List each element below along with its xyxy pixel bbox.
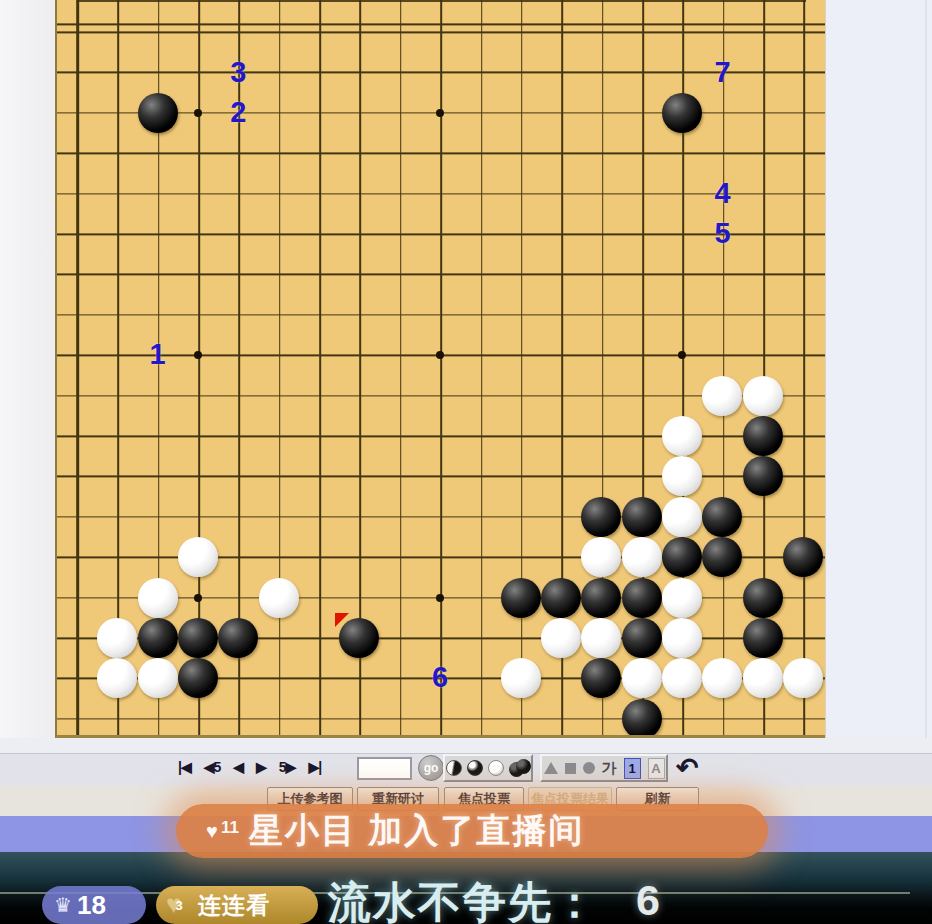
intersection-3-12[interactable] xyxy=(138,416,178,456)
intersection-16-8[interactable] xyxy=(662,254,702,294)
intersection-8-19[interactable] xyxy=(339,699,379,738)
intersection-6-8[interactable] xyxy=(259,254,299,294)
intersection-14-14[interactable] xyxy=(581,497,621,537)
intersection-18-4[interactable] xyxy=(743,93,783,133)
intersection-19-3[interactable] xyxy=(783,52,823,92)
intersection-16-2[interactable] xyxy=(662,12,702,52)
intersection-5-11[interactable] xyxy=(218,376,258,416)
intersection-19-18[interactable] xyxy=(783,658,823,698)
intersection-18-12[interactable] xyxy=(743,416,783,456)
intersection-1-18[interactable] xyxy=(57,658,97,698)
intersection-18-2[interactable] xyxy=(743,12,783,52)
intersection-3-1[interactable] xyxy=(138,0,178,12)
intersection-15-7[interactable] xyxy=(622,214,662,254)
intersection-8-17[interactable] xyxy=(339,618,379,658)
intersection-14-6[interactable] xyxy=(581,174,621,214)
intersection-3-5[interactable] xyxy=(138,133,178,173)
intersection-7-11[interactable] xyxy=(299,376,339,416)
intersection-13-13[interactable] xyxy=(541,456,581,496)
intersection-5-7[interactable] xyxy=(218,214,258,254)
intersection-17-3[interactable]: 7 xyxy=(702,52,742,92)
undo-arrow-button[interactable]: ↶ xyxy=(676,752,699,784)
intersection-12-1[interactable] xyxy=(501,0,541,12)
intersection-9-8[interactable] xyxy=(380,254,420,294)
intersection-15-3[interactable] xyxy=(622,52,662,92)
triangle-marker-button[interactable] xyxy=(544,762,558,774)
intersection-1-3[interactable] xyxy=(57,52,97,92)
intersection-19-6[interactable] xyxy=(783,174,823,214)
intersection-16-14[interactable] xyxy=(662,497,702,537)
intersection-19-11[interactable] xyxy=(783,376,823,416)
intersection-7-9[interactable] xyxy=(299,295,339,335)
intersection-4-9[interactable] xyxy=(178,295,218,335)
intersection-12-18[interactable] xyxy=(501,658,541,698)
intersection-5-14[interactable] xyxy=(218,497,258,537)
intersection-19-9[interactable] xyxy=(783,295,823,335)
intersection-2-11[interactable] xyxy=(97,376,137,416)
intersection-1-17[interactable] xyxy=(57,618,97,658)
intersection-9-14[interactable] xyxy=(380,497,420,537)
intersection-11-19[interactable] xyxy=(460,699,500,738)
intersection-2-5[interactable] xyxy=(97,133,137,173)
intersection-11-14[interactable] xyxy=(460,497,500,537)
intersection-17-10[interactable] xyxy=(702,335,742,375)
intersection-2-2[interactable] xyxy=(97,12,137,52)
intersection-15-8[interactable] xyxy=(622,254,662,294)
intersection-17-13[interactable] xyxy=(702,456,742,496)
intersection-10-9[interactable] xyxy=(420,295,460,335)
intersection-2-9[interactable] xyxy=(97,295,137,335)
intersection-8-13[interactable] xyxy=(339,456,379,496)
intersection-7-13[interactable] xyxy=(299,456,339,496)
intersection-1-7[interactable] xyxy=(57,214,97,254)
intersection-11-3[interactable] xyxy=(460,52,500,92)
intersection-2-3[interactable] xyxy=(97,52,137,92)
intersection-17-8[interactable] xyxy=(702,254,742,294)
intersection-19-1[interactable] xyxy=(783,0,823,12)
intersection-4-18[interactable] xyxy=(178,658,218,698)
intersection-18-16[interactable] xyxy=(743,577,783,617)
intersection-4-1[interactable] xyxy=(178,0,218,12)
intersection-6-11[interactable] xyxy=(259,376,299,416)
intersection-17-17[interactable] xyxy=(702,618,742,658)
intersection-18-19[interactable] xyxy=(743,699,783,738)
intersection-8-9[interactable] xyxy=(339,295,379,335)
intersection-13-4[interactable] xyxy=(541,93,581,133)
intersection-3-10[interactable]: 1 xyxy=(138,335,178,375)
intersection-15-17[interactable] xyxy=(622,618,662,658)
intersection-8-12[interactable] xyxy=(339,416,379,456)
intersection-9-19[interactable] xyxy=(380,699,420,738)
intersection-13-16[interactable] xyxy=(541,577,581,617)
intersection-7-4[interactable] xyxy=(299,93,339,133)
intersection-10-16[interactable] xyxy=(420,577,460,617)
intersection-14-12[interactable] xyxy=(581,416,621,456)
intersection-6-9[interactable] xyxy=(259,295,299,335)
intersection-6-19[interactable] xyxy=(259,699,299,738)
intersection-2-16[interactable] xyxy=(97,577,137,617)
intersection-4-17[interactable] xyxy=(178,618,218,658)
intersection-2-4[interactable] xyxy=(97,93,137,133)
intersection-10-15[interactable] xyxy=(420,537,460,577)
intersection-14-11[interactable] xyxy=(581,376,621,416)
intersection-1-12[interactable] xyxy=(57,416,97,456)
intersection-12-3[interactable] xyxy=(501,52,541,92)
intersection-10-13[interactable] xyxy=(420,456,460,496)
intersection-19-4[interactable] xyxy=(783,93,823,133)
intersection-11-8[interactable] xyxy=(460,254,500,294)
intersection-10-11[interactable] xyxy=(420,376,460,416)
intersection-7-19[interactable] xyxy=(299,699,339,738)
intersection-11-17[interactable] xyxy=(460,618,500,658)
intersection-9-6[interactable] xyxy=(380,174,420,214)
intersection-11-18[interactable] xyxy=(460,658,500,698)
intersection-8-8[interactable] xyxy=(339,254,379,294)
intersection-7-1[interactable] xyxy=(299,0,339,12)
intersection-18-5[interactable] xyxy=(743,133,783,173)
intersection-7-2[interactable] xyxy=(299,12,339,52)
intersection-2-17[interactable] xyxy=(97,618,137,658)
intersection-9-1[interactable] xyxy=(380,0,420,12)
intersection-9-13[interactable] xyxy=(380,456,420,496)
intersection-18-18[interactable] xyxy=(743,658,783,698)
intersection-10-2[interactable] xyxy=(420,12,460,52)
intersection-12-16[interactable] xyxy=(501,577,541,617)
intersection-6-7[interactable] xyxy=(259,214,299,254)
intersection-12-17[interactable] xyxy=(501,618,541,658)
intersection-4-12[interactable] xyxy=(178,416,218,456)
intersection-11-1[interactable] xyxy=(460,0,500,12)
intersection-15-4[interactable] xyxy=(622,93,662,133)
intersection-9-15[interactable] xyxy=(380,537,420,577)
intersection-16-18[interactable] xyxy=(662,658,702,698)
intersection-12-8[interactable] xyxy=(501,254,541,294)
intersection-9-17[interactable] xyxy=(380,618,420,658)
intersection-4-19[interactable] xyxy=(178,699,218,738)
nav-last-button[interactable]: ▶| xyxy=(308,759,321,775)
intersection-17-1[interactable] xyxy=(702,0,742,12)
intersection-2-6[interactable] xyxy=(97,174,137,214)
intersection-12-9[interactable] xyxy=(501,295,541,335)
intersection-13-12[interactable] xyxy=(541,416,581,456)
intersection-6-2[interactable] xyxy=(259,12,299,52)
intersection-17-7[interactable]: 5 xyxy=(702,214,742,254)
intersection-8-11[interactable] xyxy=(339,376,379,416)
intersection-13-19[interactable] xyxy=(541,699,581,738)
intersection-6-17[interactable] xyxy=(259,618,299,658)
intersection-14-13[interactable] xyxy=(581,456,621,496)
intersection-16-11[interactable] xyxy=(662,376,702,416)
go-button[interactable]: go xyxy=(418,755,444,781)
intersection-19-12[interactable] xyxy=(783,416,823,456)
intersection-4-2[interactable] xyxy=(178,12,218,52)
intersection-14-17[interactable] xyxy=(581,618,621,658)
intersection-17-19[interactable] xyxy=(702,699,742,738)
intersection-16-17[interactable] xyxy=(662,618,702,658)
intersection-13-1[interactable] xyxy=(541,0,581,12)
intersection-9-18[interactable] xyxy=(380,658,420,698)
intersection-19-16[interactable] xyxy=(783,577,823,617)
intersection-13-10[interactable] xyxy=(541,335,581,375)
intersection-5-13[interactable] xyxy=(218,456,258,496)
intersection-9-5[interactable] xyxy=(380,133,420,173)
intersection-5-5[interactable] xyxy=(218,133,258,173)
intersection-3-8[interactable] xyxy=(138,254,178,294)
half-stone-icon[interactable] xyxy=(446,760,462,776)
intersection-5-15[interactable] xyxy=(218,537,258,577)
intersection-6-1[interactable] xyxy=(259,0,299,12)
intersection-3-3[interactable] xyxy=(138,52,178,92)
intersection-19-5[interactable] xyxy=(783,133,823,173)
intersection-6-6[interactable] xyxy=(259,174,299,214)
square-marker-button[interactable] xyxy=(565,763,576,774)
intersection-5-10[interactable] xyxy=(218,335,258,375)
intersection-18-17[interactable] xyxy=(743,618,783,658)
intersection-9-7[interactable] xyxy=(380,214,420,254)
intersection-18-14[interactable] xyxy=(743,497,783,537)
intersection-11-16[interactable] xyxy=(460,577,500,617)
intersection-7-10[interactable] xyxy=(299,335,339,375)
intersection-14-7[interactable] xyxy=(581,214,621,254)
intersection-16-12[interactable] xyxy=(662,416,702,456)
intersection-12-7[interactable] xyxy=(501,214,541,254)
intersection-16-16[interactable] xyxy=(662,577,702,617)
intersection-19-13[interactable] xyxy=(783,456,823,496)
white-stone-icon[interactable] xyxy=(488,760,504,776)
intersection-14-3[interactable] xyxy=(581,52,621,92)
intersection-3-4[interactable] xyxy=(138,93,178,133)
intersection-17-11[interactable] xyxy=(702,376,742,416)
intersection-18-13[interactable] xyxy=(743,456,783,496)
intersection-5-9[interactable] xyxy=(218,295,258,335)
intersection-8-4[interactable] xyxy=(339,93,379,133)
intersection-7-16[interactable] xyxy=(299,577,339,617)
intersection-14-4[interactable] xyxy=(581,93,621,133)
intersection-15-12[interactable] xyxy=(622,416,662,456)
intersection-1-1[interactable] xyxy=(57,0,97,12)
intersection-9-12[interactable] xyxy=(380,416,420,456)
intersection-3-2[interactable] xyxy=(138,12,178,52)
intersection-5-16[interactable] xyxy=(218,577,258,617)
intersection-18-15[interactable] xyxy=(743,537,783,577)
intersection-7-12[interactable] xyxy=(299,416,339,456)
intersection-12-10[interactable] xyxy=(501,335,541,375)
intersection-16-10[interactable] xyxy=(662,335,702,375)
intersection-1-10[interactable] xyxy=(57,335,97,375)
intersection-19-19[interactable] xyxy=(783,699,823,738)
intersection-12-15[interactable] xyxy=(501,537,541,577)
intersection-8-2[interactable] xyxy=(339,12,379,52)
intersection-13-8[interactable] xyxy=(541,254,581,294)
nav-forward-button[interactable]: ▶ xyxy=(256,759,266,775)
intersection-6-12[interactable] xyxy=(259,416,299,456)
intersection-2-18[interactable] xyxy=(97,658,137,698)
intersection-16-4[interactable] xyxy=(662,93,702,133)
intersection-3-18[interactable] xyxy=(138,658,178,698)
intersection-4-8[interactable] xyxy=(178,254,218,294)
intersection-5-18[interactable] xyxy=(218,658,258,698)
intersection-8-10[interactable] xyxy=(339,335,379,375)
intersection-2-1[interactable] xyxy=(97,0,137,12)
intersection-13-17[interactable] xyxy=(541,618,581,658)
intersection-5-19[interactable] xyxy=(218,699,258,738)
intersection-1-13[interactable] xyxy=(57,456,97,496)
intersection-18-1[interactable] xyxy=(743,0,783,12)
intersection-3-11[interactable] xyxy=(138,376,178,416)
intersection-8-15[interactable] xyxy=(339,537,379,577)
intersection-10-4[interactable] xyxy=(420,93,460,133)
intersection-3-15[interactable] xyxy=(138,537,178,577)
intersection-6-13[interactable] xyxy=(259,456,299,496)
intersection-8-3[interactable] xyxy=(339,52,379,92)
intersection-16-13[interactable] xyxy=(662,456,702,496)
nav-back5-button[interactable]: ◀5 xyxy=(204,759,221,775)
intersection-10-8[interactable] xyxy=(420,254,460,294)
intersection-6-10[interactable] xyxy=(259,335,299,375)
intersection-15-2[interactable] xyxy=(622,12,662,52)
intersection-13-9[interactable] xyxy=(541,295,581,335)
intersection-1-11[interactable] xyxy=(57,376,97,416)
intersection-19-10[interactable] xyxy=(783,335,823,375)
intersection-9-11[interactable] xyxy=(380,376,420,416)
intersection-13-3[interactable] xyxy=(541,52,581,92)
intersection-14-9[interactable] xyxy=(581,295,621,335)
intersection-18-3[interactable] xyxy=(743,52,783,92)
intersection-3-17[interactable] xyxy=(138,618,178,658)
intersection-2-14[interactable] xyxy=(97,497,137,537)
intersection-19-8[interactable] xyxy=(783,254,823,294)
intersection-7-17[interactable] xyxy=(299,618,339,658)
intersection-18-11[interactable] xyxy=(743,376,783,416)
intersection-9-9[interactable] xyxy=(380,295,420,335)
intersection-17-18[interactable] xyxy=(702,658,742,698)
intersection-16-6[interactable] xyxy=(662,174,702,214)
intersection-1-9[interactable] xyxy=(57,295,97,335)
intersection-7-15[interactable] xyxy=(299,537,339,577)
korean-label-button[interactable]: 가 xyxy=(602,759,617,778)
intersection-17-5[interactable] xyxy=(702,133,742,173)
intersection-14-1[interactable] xyxy=(581,0,621,12)
intersection-11-10[interactable] xyxy=(460,335,500,375)
intersection-1-8[interactable] xyxy=(57,254,97,294)
intersection-5-1[interactable] xyxy=(218,0,258,12)
intersection-7-18[interactable] xyxy=(299,658,339,698)
intersection-4-10[interactable] xyxy=(178,335,218,375)
intersection-15-10[interactable] xyxy=(622,335,662,375)
intersection-8-1[interactable] xyxy=(339,0,379,12)
intersection-9-3[interactable] xyxy=(380,52,420,92)
black-stone-icon[interactable] xyxy=(467,760,483,776)
intersection-2-12[interactable] xyxy=(97,416,137,456)
intersection-5-6[interactable] xyxy=(218,174,258,214)
intersection-13-14[interactable] xyxy=(541,497,581,537)
intersection-14-2[interactable] xyxy=(581,12,621,52)
intersection-7-7[interactable] xyxy=(299,214,339,254)
intersection-17-15[interactable] xyxy=(702,537,742,577)
intersection-10-18[interactable]: 6 xyxy=(420,658,460,698)
intersection-16-3[interactable] xyxy=(662,52,702,92)
intersection-11-5[interactable] xyxy=(460,133,500,173)
intersection-16-15[interactable] xyxy=(662,537,702,577)
intersection-6-18[interactable] xyxy=(259,658,299,698)
intersection-14-19[interactable] xyxy=(581,699,621,738)
intersection-8-18[interactable] xyxy=(339,658,379,698)
intersection-6-16[interactable] xyxy=(259,577,299,617)
intersection-11-7[interactable] xyxy=(460,214,500,254)
move-number-input[interactable] xyxy=(357,757,412,780)
intersection-18-10[interactable] xyxy=(743,335,783,375)
intersection-12-4[interactable] xyxy=(501,93,541,133)
intersection-14-16[interactable] xyxy=(581,577,621,617)
intersection-17-2[interactable] xyxy=(702,12,742,52)
intersection-9-4[interactable] xyxy=(380,93,420,133)
intersection-12-11[interactable] xyxy=(501,376,541,416)
intersection-14-10[interactable] xyxy=(581,335,621,375)
intersection-10-17[interactable] xyxy=(420,618,460,658)
intersection-6-4[interactable] xyxy=(259,93,299,133)
intersection-17-6[interactable]: 4 xyxy=(702,174,742,214)
intersection-4-6[interactable] xyxy=(178,174,218,214)
intersection-19-7[interactable] xyxy=(783,214,823,254)
intersection-18-6[interactable] xyxy=(743,174,783,214)
intersection-6-3[interactable] xyxy=(259,52,299,92)
intersection-17-16[interactable] xyxy=(702,577,742,617)
intersection-4-15[interactable] xyxy=(178,537,218,577)
circle-marker-button[interactable] xyxy=(583,762,595,774)
intersection-5-3[interactable]: 3 xyxy=(218,52,258,92)
intersection-10-1[interactable] xyxy=(420,0,460,12)
intersection-3-13[interactable] xyxy=(138,456,178,496)
intersection-16-1[interactable] xyxy=(662,0,702,12)
intersection-15-11[interactable] xyxy=(622,376,662,416)
intersection-13-7[interactable] xyxy=(541,214,581,254)
intersection-2-7[interactable] xyxy=(97,214,137,254)
intersection-11-4[interactable] xyxy=(460,93,500,133)
intersection-3-6[interactable] xyxy=(138,174,178,214)
intersection-18-9[interactable] xyxy=(743,295,783,335)
intersection-18-7[interactable] xyxy=(743,214,783,254)
intersection-16-7[interactable] xyxy=(662,214,702,254)
intersection-1-4[interactable] xyxy=(57,93,97,133)
intersection-13-6[interactable] xyxy=(541,174,581,214)
intersection-10-7[interactable] xyxy=(420,214,460,254)
intersection-13-2[interactable] xyxy=(541,12,581,52)
intersection-19-2[interactable] xyxy=(783,12,823,52)
intersection-12-6[interactable] xyxy=(501,174,541,214)
intersection-6-14[interactable] xyxy=(259,497,299,537)
intersection-7-5[interactable] xyxy=(299,133,339,173)
intersection-14-15[interactable] xyxy=(581,537,621,577)
intersection-12-13[interactable] xyxy=(501,456,541,496)
intersection-7-6[interactable] xyxy=(299,174,339,214)
intersection-15-16[interactable] xyxy=(622,577,662,617)
intersection-11-2[interactable] xyxy=(460,12,500,52)
intersection-7-8[interactable] xyxy=(299,254,339,294)
intersection-16-19[interactable] xyxy=(662,699,702,738)
intersection-4-11[interactable] xyxy=(178,376,218,416)
double-stone-icon[interactable] xyxy=(509,760,531,776)
intersection-13-5[interactable] xyxy=(541,133,581,173)
nav-forward5-button[interactable]: 5▶ xyxy=(279,759,296,775)
intersection-9-2[interactable] xyxy=(380,12,420,52)
intersection-12-12[interactable] xyxy=(501,416,541,456)
user-pill[interactable]: ♥ 3 连连看 xyxy=(156,886,318,924)
intersection-10-12[interactable] xyxy=(420,416,460,456)
intersection-15-6[interactable] xyxy=(622,174,662,214)
intersection-10-5[interactable] xyxy=(420,133,460,173)
intersection-19-15[interactable] xyxy=(783,537,823,577)
intersection-4-3[interactable] xyxy=(178,52,218,92)
